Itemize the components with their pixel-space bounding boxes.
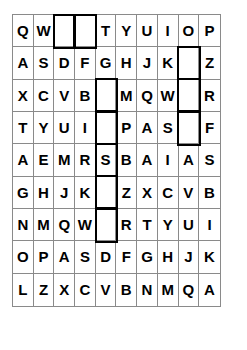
cell-r2c5: G — [96, 47, 117, 79]
cell-r7c1: N — [13, 209, 34, 241]
cell-r2c6: H — [116, 47, 137, 79]
cell-r5c10: S — [199, 144, 220, 176]
cell-r2c10: Z — [199, 47, 220, 79]
cell-r5c5: S — [96, 144, 117, 176]
cell-r3c8: W — [158, 80, 179, 112]
cell-r1c6: Y — [116, 15, 137, 47]
cell-r8c1: O — [13, 241, 34, 273]
cell-r9c1: L — [13, 274, 34, 306]
puzzle-page: QWTYUIOPASDFGHJKZXCVBMQWRTYUIPASFAEMRSBA… — [0, 0, 247, 350]
cell-r9c9: Q — [179, 274, 200, 306]
cell-r2c4: F — [75, 47, 96, 79]
cell-r6c4: K — [75, 177, 96, 209]
cell-r4c8: S — [158, 112, 179, 144]
cell-r4c4: I — [75, 112, 96, 144]
cell-r5c2: E — [34, 144, 55, 176]
cell-r6c10: B — [199, 177, 220, 209]
cell-r2c2: S — [34, 47, 55, 79]
cell-r4c5-blank[interactable] — [96, 112, 117, 144]
cell-r5c4: R — [75, 144, 96, 176]
cell-r1c8: I — [158, 15, 179, 47]
cell-r7c5-blank[interactable] — [96, 209, 117, 241]
cell-r3c6: M — [116, 80, 137, 112]
cell-r3c9-blank[interactable] — [179, 80, 200, 112]
cell-r7c4: W — [75, 209, 96, 241]
cell-r1c9: O — [179, 15, 200, 47]
cell-r8c4: S — [75, 241, 96, 273]
cell-r4c2: Y — [34, 112, 55, 144]
cell-r9c2: Z — [34, 274, 55, 306]
cell-r7c7: T — [137, 209, 158, 241]
cell-r3c4: B — [75, 80, 96, 112]
cell-r7c3: Q — [54, 209, 75, 241]
cell-r4c10: F — [199, 112, 220, 144]
cell-r1c3-blank[interactable] — [54, 15, 75, 47]
cell-r5c1: A — [13, 144, 34, 176]
cell-r3c7: Q — [137, 80, 158, 112]
cell-r7c10: I — [199, 209, 220, 241]
cell-r1c4-blank[interactable] — [75, 15, 96, 47]
cell-r5c8: I — [158, 144, 179, 176]
cell-r1c10: P — [199, 15, 220, 47]
cell-r8c3: A — [54, 241, 75, 273]
cell-r8c6: F — [116, 241, 137, 273]
cell-r8c8: H — [158, 241, 179, 273]
cell-r6c9: V — [179, 177, 200, 209]
cell-r2c3: D — [54, 47, 75, 79]
cell-r7c8: Y — [158, 209, 179, 241]
cell-r4c6: P — [116, 112, 137, 144]
cell-r9c7: N — [137, 274, 158, 306]
cell-r6c8: C — [158, 177, 179, 209]
cell-r6c6: Z — [116, 177, 137, 209]
cell-r4c9-blank[interactable] — [179, 112, 200, 144]
cell-r3c5-blank[interactable] — [96, 80, 117, 112]
cell-r8c10: K — [199, 241, 220, 273]
cell-r2c1: A — [13, 47, 34, 79]
cell-r5c9: A — [179, 144, 200, 176]
cell-r2c7: J — [137, 47, 158, 79]
cell-r6c1: G — [13, 177, 34, 209]
cell-r8c7: G — [137, 241, 158, 273]
cell-r2c8: K — [158, 47, 179, 79]
cell-r6c7: X — [137, 177, 158, 209]
cell-r6c3: J — [54, 177, 75, 209]
cell-r8c5: D — [96, 241, 117, 273]
cell-r6c5-blank[interactable] — [96, 177, 117, 209]
cell-r9c5: V — [96, 274, 117, 306]
cell-r4c7: A — [137, 112, 158, 144]
cell-r6c2: H — [34, 177, 55, 209]
cell-r8c9: J — [179, 241, 200, 273]
cell-r9c6: B — [116, 274, 137, 306]
cell-r5c7: A — [137, 144, 158, 176]
puzzle-board: QWTYUIOPASDFGHJKZXCVBMQWRTYUIPASFAEMRSBA… — [12, 14, 221, 307]
cell-r1c1: Q — [13, 15, 34, 47]
cell-r3c3: V — [54, 80, 75, 112]
cell-r5c3: M — [54, 144, 75, 176]
cell-r9c10: A — [199, 274, 220, 306]
cell-r1c7: U — [137, 15, 158, 47]
cell-r2c9-blank[interactable] — [179, 47, 200, 79]
cell-r9c3: X — [54, 274, 75, 306]
cell-r1c2: W — [34, 15, 55, 47]
cell-r9c8: M — [158, 274, 179, 306]
cell-r8c2: P — [34, 241, 55, 273]
cell-r7c9: U — [179, 209, 200, 241]
cell-r7c6: R — [116, 209, 137, 241]
cell-r3c2: C — [34, 80, 55, 112]
cell-r7c2: M — [34, 209, 55, 241]
cell-r4c1: T — [13, 112, 34, 144]
cell-r5c6: B — [116, 144, 137, 176]
cell-r4c3: U — [54, 112, 75, 144]
cell-r1c5: T — [96, 15, 117, 47]
cell-r3c1: X — [13, 80, 34, 112]
cell-r9c4: C — [75, 274, 96, 306]
cell-r3c10: R — [199, 80, 220, 112]
